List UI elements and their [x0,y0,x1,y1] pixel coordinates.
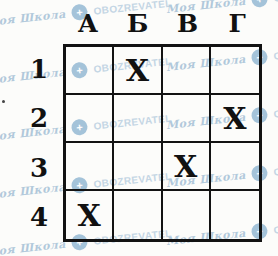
scanned-answer-grid-page: Моя Школа+OBOZREVATELМоя Школа+OBOZREVAT… [0,0,278,256]
row-label-4: 4 [24,193,54,243]
x-mark: X [223,101,246,136]
watermark-brand-text: OBOZREVATEL [273,100,278,119]
cell-a2[interactable] [66,95,114,143]
watermark-script-text: Моя Школа [0,7,66,28]
watermark-brand-text: OBOZREVATEL [273,216,278,235]
cell-b2[interactable] [114,95,162,143]
cell-g2[interactable]: X [211,95,259,143]
x-mark: X [126,53,149,88]
cell-g1[interactable] [211,47,259,95]
cell-b1[interactable]: X [114,47,162,95]
cell-g3[interactable] [211,143,259,191]
scan-speck [2,100,5,103]
cell-v2[interactable] [163,95,211,143]
cell-b3[interactable] [114,143,162,191]
watermark-brand-text: OBOZREVATEL [273,42,278,61]
column-header-b: Б [113,8,163,38]
answer-grid: XXXX [63,44,262,242]
watermark-brand-text: OBOZREVATEL [273,158,278,177]
cell-v4[interactable] [163,191,211,239]
column-header-g: Г [212,8,262,38]
row-label-3: 3 [24,143,54,193]
cell-v1[interactable] [163,47,211,95]
row-label-1: 1 [24,44,54,94]
cell-v3[interactable]: X [163,143,211,191]
row-label-2: 2 [24,94,54,144]
column-header-a: А [63,8,113,38]
cell-g4[interactable] [211,191,259,239]
cell-a4[interactable]: X [66,191,114,239]
watermark-brand-text: OBOZREVATEL [273,0,278,3]
cell-b4[interactable] [114,191,162,239]
cell-a3[interactable] [66,143,114,191]
column-header-v: В [163,8,213,38]
obozrevatel-logo-icon: + [251,0,269,8]
cell-a1[interactable] [66,47,114,95]
x-mark: X [174,149,197,184]
x-mark: X [77,198,100,233]
